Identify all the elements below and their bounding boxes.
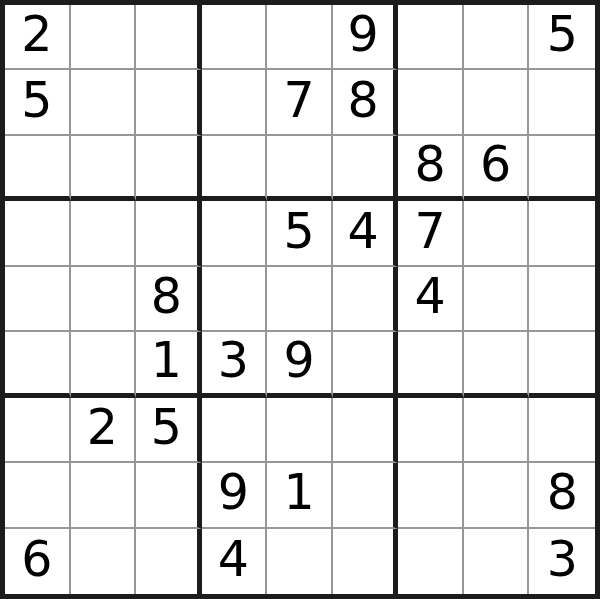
cell-r6c8[interactable] (464, 332, 530, 397)
cell-r1c1[interactable]: 2 (5, 5, 71, 70)
cell-r4c1[interactable] (5, 201, 71, 266)
cell-r6c3[interactable]: 1 (136, 332, 202, 397)
cell-r2c3[interactable] (136, 70, 202, 135)
cell-r1c9[interactable]: 5 (529, 5, 595, 70)
cell-r9c1[interactable]: 6 (5, 529, 71, 594)
cell-r8c1[interactable] (5, 463, 71, 528)
cell-r6c9[interactable] (529, 332, 595, 397)
cell-r3c8[interactable]: 6 (464, 136, 530, 201)
cell-r3c3[interactable] (136, 136, 202, 201)
cell-r2c2[interactable] (71, 70, 137, 135)
cell-r9c9[interactable]: 3 (529, 529, 595, 594)
cell-r4c2[interactable] (71, 201, 137, 266)
cell-r8c9[interactable]: 8 (529, 463, 595, 528)
cell-r2c5[interactable]: 7 (267, 70, 333, 135)
cell-r4c6[interactable]: 4 (333, 201, 399, 266)
cell-r2c9[interactable] (529, 70, 595, 135)
cell-r5c1[interactable] (5, 267, 71, 332)
cell-r6c2[interactable] (71, 332, 137, 397)
cell-r8c5[interactable]: 1 (267, 463, 333, 528)
cell-r6c6[interactable] (333, 332, 399, 397)
cell-r1c3[interactable] (136, 5, 202, 70)
cell-r5c6[interactable] (333, 267, 399, 332)
cell-r5c5[interactable] (267, 267, 333, 332)
cell-r2c4[interactable] (202, 70, 268, 135)
cell-r1c8[interactable] (464, 5, 530, 70)
cell-r7c9[interactable] (529, 398, 595, 463)
cell-r8c7[interactable] (398, 463, 464, 528)
cell-r1c4[interactable] (202, 5, 268, 70)
cell-r7c8[interactable] (464, 398, 530, 463)
cell-r9c6[interactable] (333, 529, 399, 594)
cell-r6c4[interactable]: 3 (202, 332, 268, 397)
cell-r8c8[interactable] (464, 463, 530, 528)
cell-r5c8[interactable] (464, 267, 530, 332)
cell-r2c1[interactable]: 5 (5, 70, 71, 135)
cell-r3c4[interactable] (202, 136, 268, 201)
cell-r9c2[interactable] (71, 529, 137, 594)
cell-r4c9[interactable] (529, 201, 595, 266)
cell-r3c5[interactable] (267, 136, 333, 201)
cell-r2c7[interactable] (398, 70, 464, 135)
cell-r6c1[interactable] (5, 332, 71, 397)
sudoku-puzzle: 295578865478413925918643 (0, 0, 600, 599)
cell-r7c4[interactable] (202, 398, 268, 463)
cell-r9c5[interactable] (267, 529, 333, 594)
cell-r5c4[interactable] (202, 267, 268, 332)
cell-r5c3[interactable]: 8 (136, 267, 202, 332)
cell-r1c7[interactable] (398, 5, 464, 70)
cell-r7c7[interactable] (398, 398, 464, 463)
cell-r1c2[interactable] (71, 5, 137, 70)
cell-r3c2[interactable] (71, 136, 137, 201)
cell-r4c3[interactable] (136, 201, 202, 266)
cell-r7c2[interactable]: 2 (71, 398, 137, 463)
cell-r8c4[interactable]: 9 (202, 463, 268, 528)
cell-r7c3[interactable]: 5 (136, 398, 202, 463)
cell-r7c5[interactable] (267, 398, 333, 463)
cell-r5c2[interactable] (71, 267, 137, 332)
cell-r3c6[interactable] (333, 136, 399, 201)
cell-r4c4[interactable] (202, 201, 268, 266)
cell-r8c6[interactable] (333, 463, 399, 528)
cell-r6c7[interactable] (398, 332, 464, 397)
cell-r6c5[interactable]: 9 (267, 332, 333, 397)
cell-r9c8[interactable] (464, 529, 530, 594)
sudoku-board: 295578865478413925918643 (0, 0, 600, 599)
cell-r1c5[interactable] (267, 5, 333, 70)
cell-r4c8[interactable] (464, 201, 530, 266)
cell-r2c6[interactable]: 8 (333, 70, 399, 135)
cell-r9c7[interactable] (398, 529, 464, 594)
cell-r8c3[interactable] (136, 463, 202, 528)
cell-r9c3[interactable] (136, 529, 202, 594)
cell-r8c2[interactable] (71, 463, 137, 528)
cell-r5c9[interactable] (529, 267, 595, 332)
cell-r3c9[interactable] (529, 136, 595, 201)
cell-r7c1[interactable] (5, 398, 71, 463)
cell-r5c7[interactable]: 4 (398, 267, 464, 332)
cell-r2c8[interactable] (464, 70, 530, 135)
cell-r9c4[interactable]: 4 (202, 529, 268, 594)
cell-r4c7[interactable]: 7 (398, 201, 464, 266)
cell-r3c1[interactable] (5, 136, 71, 201)
cell-r3c7[interactable]: 8 (398, 136, 464, 201)
cell-r7c6[interactable] (333, 398, 399, 463)
cell-r1c6[interactable]: 9 (333, 5, 399, 70)
cell-r4c5[interactable]: 5 (267, 201, 333, 266)
